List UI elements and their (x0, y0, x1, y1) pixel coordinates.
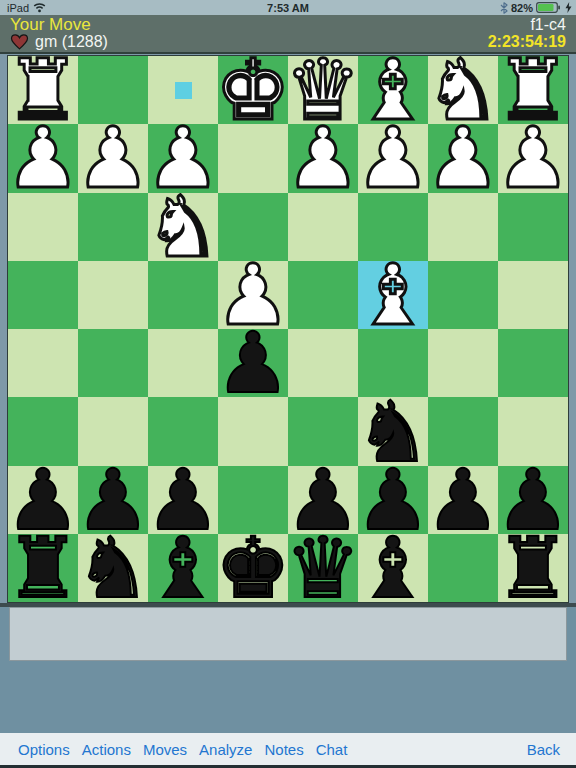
square-c4[interactable]: ♝ (358, 261, 428, 329)
white-queen-d1: ♛ (288, 56, 358, 124)
game-header: Your Move f1-c4 gm (1288) 2:23:54:19 (0, 15, 576, 54)
opponent-name[interactable]: gm (1288) (35, 33, 108, 51)
square-c8[interactable]: ♝ (358, 534, 428, 602)
square-e8[interactable]: ♚ (218, 534, 288, 602)
move-origin-highlight (175, 82, 192, 99)
square-b2[interactable]: ♟ (428, 124, 498, 192)
square-a3[interactable] (498, 193, 568, 261)
square-e6[interactable] (218, 397, 288, 465)
square-b8[interactable] (428, 534, 498, 602)
last-move-label: f1-c4 (530, 16, 566, 34)
square-d8[interactable]: ♛ (288, 534, 358, 602)
square-c3[interactable] (358, 193, 428, 261)
footer-link-moves[interactable]: Moves (143, 741, 187, 758)
square-e2[interactable] (218, 124, 288, 192)
white-pawn-f2: ♟ (148, 124, 218, 192)
white-pawn-g2: ♟ (78, 124, 148, 192)
black-king-e8: ♚ (218, 534, 288, 602)
chess-board: ♜♚♛♝♞♜♟♟♟♟♟♟♟♞♟♝♟♞♟♟♟♟♟♟♟♜♞♝♚♛♝♜ (7, 55, 569, 603)
square-f1[interactable] (148, 56, 218, 124)
square-g1[interactable] (78, 56, 148, 124)
square-h6[interactable] (8, 397, 78, 465)
square-a7[interactable]: ♟ (498, 466, 568, 534)
board-area: ♜♚♛♝♞♜♟♟♟♟♟♟♟♞♟♝♟♞♟♟♟♟♟♟♟♜♞♝♚♛♝♜ (0, 54, 576, 603)
black-rook-h8: ♜ (8, 534, 78, 602)
square-g3[interactable] (78, 193, 148, 261)
square-h5[interactable] (8, 329, 78, 397)
square-e3[interactable] (218, 193, 288, 261)
square-c1[interactable]: ♝ (358, 56, 428, 124)
square-c5[interactable] (358, 329, 428, 397)
square-a2[interactable]: ♟ (498, 124, 568, 192)
square-h8[interactable]: ♜ (8, 534, 78, 602)
square-e1[interactable]: ♚ (218, 56, 288, 124)
square-b7[interactable]: ♟ (428, 466, 498, 534)
square-g8[interactable]: ♞ (78, 534, 148, 602)
white-pawn-h2: ♟ (8, 124, 78, 192)
white-pawn-d2: ♟ (288, 124, 358, 192)
black-rook-a8: ♜ (498, 534, 568, 602)
black-pawn-e5: ♟ (218, 329, 288, 397)
white-pawn-c2: ♟ (358, 124, 428, 192)
black-pawn-f7: ♟ (148, 466, 218, 534)
black-knight-c6: ♞ (358, 398, 428, 466)
square-h3[interactable] (8, 193, 78, 261)
square-a5[interactable] (498, 329, 568, 397)
white-bishop-c4: ♝ (358, 261, 428, 329)
black-bishop-c8: ♝ (358, 534, 428, 602)
square-b4[interactable] (428, 261, 498, 329)
square-g7[interactable]: ♟ (78, 466, 148, 534)
square-c2[interactable]: ♟ (358, 124, 428, 192)
square-g4[interactable] (78, 261, 148, 329)
square-f4[interactable] (148, 261, 218, 329)
square-h2[interactable]: ♟ (8, 124, 78, 192)
footer-link-notes[interactable]: Notes (264, 741, 303, 758)
status-bar: iPad 7:53 AM 82% (0, 0, 576, 15)
square-e5[interactable]: ♟ (218, 329, 288, 397)
square-f3[interactable]: ♞ (148, 193, 218, 261)
square-d2[interactable]: ♟ (288, 124, 358, 192)
square-b5[interactable] (428, 329, 498, 397)
square-h1[interactable]: ♜ (8, 56, 78, 124)
square-c6[interactable]: ♞ (358, 397, 428, 465)
square-d3[interactable] (288, 193, 358, 261)
square-b6[interactable] (428, 397, 498, 465)
white-pawn-a2: ♟ (498, 124, 568, 192)
back-button[interactable]: Back (527, 741, 576, 758)
square-e4[interactable]: ♟ (218, 261, 288, 329)
white-rook-h1: ♜ (8, 56, 78, 124)
square-c7[interactable]: ♟ (358, 466, 428, 534)
white-knight-b1: ♞ (428, 56, 498, 124)
square-g2[interactable]: ♟ (78, 124, 148, 192)
black-bishop-f8: ♝ (148, 534, 218, 602)
footer-link-actions[interactable]: Actions (82, 741, 131, 758)
square-g5[interactable] (78, 329, 148, 397)
square-d1[interactable]: ♛ (288, 56, 358, 124)
status-time: 7:53 AM (0, 2, 576, 14)
square-d4[interactable] (288, 261, 358, 329)
black-pawn-d7: ♟ (288, 466, 358, 534)
square-d6[interactable] (288, 397, 358, 465)
square-d7[interactable]: ♟ (288, 466, 358, 534)
white-knight-f3: ♞ (148, 193, 218, 261)
square-d5[interactable] (288, 329, 358, 397)
black-pawn-c7: ♟ (358, 466, 428, 534)
square-a1[interactable]: ♜ (498, 56, 568, 124)
square-a6[interactable] (498, 397, 568, 465)
square-g6[interactable] (78, 397, 148, 465)
square-a4[interactable] (498, 261, 568, 329)
white-pawn-b2: ♟ (428, 124, 498, 192)
black-knight-g8: ♞ (78, 534, 148, 602)
square-h4[interactable] (8, 261, 78, 329)
white-rook-a1: ♜ (498, 56, 568, 124)
footer-link-options[interactable]: Options (18, 741, 70, 758)
message-panel[interactable] (9, 607, 567, 661)
black-pawn-a7: ♟ (498, 466, 568, 534)
footer-link-chat[interactable]: Chat (316, 741, 348, 758)
square-f8[interactable]: ♝ (148, 534, 218, 602)
square-f2[interactable]: ♟ (148, 124, 218, 192)
heart-icon[interactable] (10, 34, 29, 50)
footer-link-analyze[interactable]: Analyze (199, 741, 252, 758)
black-pawn-g7: ♟ (78, 466, 148, 534)
square-b1[interactable]: ♞ (428, 56, 498, 124)
square-f7[interactable]: ♟ (148, 466, 218, 534)
footer-toolbar: OptionsActionsMovesAnalyzeNotesChat Back (0, 733, 576, 768)
square-a8[interactable]: ♜ (498, 534, 568, 602)
footer-nav: OptionsActionsMovesAnalyzeNotesChat (0, 741, 347, 758)
square-h7[interactable]: ♟ (8, 466, 78, 534)
background-area (0, 661, 576, 733)
black-pawn-h7: ♟ (8, 466, 78, 534)
white-pawn-e4: ♟ (218, 261, 288, 329)
square-b3[interactable] (428, 193, 498, 261)
white-king-e1: ♚ (218, 56, 288, 124)
square-f6[interactable] (148, 397, 218, 465)
white-bishop-c1: ♝ (358, 56, 428, 124)
square-f5[interactable] (148, 329, 218, 397)
black-pawn-b7: ♟ (428, 466, 498, 534)
move-clock: 2:23:54:19 (488, 33, 566, 51)
app-screen: iPad 7:53 AM 82% (0, 0, 576, 768)
black-queen-d8: ♛ (288, 534, 358, 602)
square-e7[interactable] (218, 466, 288, 534)
turn-status-label: Your Move (10, 15, 91, 35)
